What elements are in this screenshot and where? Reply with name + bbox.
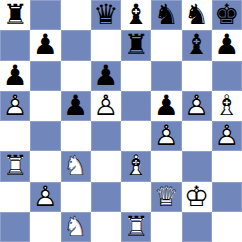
square-b1[interactable] bbox=[30, 212, 60, 242]
chess-board: ♜♛♝♞♞♚♟♜♝♟♟♟♟♙♟♟♙♟♟♙♝♗♟♙♟♙♜♖♞♘♝♗♟♙♛♕♚♔♞♘… bbox=[0, 0, 242, 242]
square-g7[interactable]: ♝ bbox=[182, 30, 212, 60]
black-king-glyph: ♚ bbox=[212, 0, 242, 30]
square-c2[interactable] bbox=[61, 182, 91, 212]
square-e5[interactable] bbox=[121, 91, 151, 121]
black-knight-glyph: ♞ bbox=[151, 0, 181, 30]
square-f2[interactable]: ♛♕ bbox=[151, 182, 181, 212]
square-h6[interactable] bbox=[212, 61, 242, 91]
black-pawn-glyph: ♟ bbox=[212, 30, 242, 60]
square-h2[interactable] bbox=[212, 182, 242, 212]
square-g4[interactable] bbox=[182, 121, 212, 151]
square-c3[interactable]: ♞♘ bbox=[61, 151, 91, 181]
white-rook-glyph: ♖ bbox=[121, 212, 151, 242]
square-c8[interactable] bbox=[61, 0, 91, 30]
white-queen[interactable]: ♛♕ bbox=[151, 182, 181, 212]
square-g6[interactable] bbox=[182, 61, 212, 91]
square-f5[interactable]: ♟ bbox=[151, 91, 181, 121]
black-knight[interactable]: ♞ bbox=[151, 0, 181, 30]
black-pawn[interactable]: ♟ bbox=[61, 91, 91, 121]
black-pawn-glyph: ♟ bbox=[151, 91, 181, 121]
square-d6[interactable]: ♟ bbox=[91, 61, 121, 91]
square-h8[interactable]: ♚ bbox=[212, 0, 242, 30]
white-pawn[interactable]: ♟♙ bbox=[0, 91, 30, 121]
square-c1[interactable]: ♞♘ bbox=[61, 212, 91, 242]
white-pawn-glyph: ♙ bbox=[151, 121, 181, 151]
white-queen-glyph: ♕ bbox=[151, 182, 181, 212]
square-a3[interactable]: ♜♖ bbox=[0, 151, 30, 181]
white-pawn[interactable]: ♟♙ bbox=[151, 121, 181, 151]
white-knight-glyph: ♘ bbox=[61, 151, 91, 181]
square-g2[interactable]: ♚♔ bbox=[182, 182, 212, 212]
square-e8[interactable]: ♝ bbox=[121, 0, 151, 30]
square-e4[interactable] bbox=[121, 121, 151, 151]
white-pawn-glyph: ♙ bbox=[30, 182, 60, 212]
white-pawn[interactable]: ♟♙ bbox=[30, 182, 60, 212]
square-f4[interactable]: ♟♙ bbox=[151, 121, 181, 151]
black-pawn[interactable]: ♟ bbox=[30, 30, 60, 60]
black-knight-glyph: ♞ bbox=[182, 0, 212, 30]
white-pawn-glyph: ♙ bbox=[91, 91, 121, 121]
white-rook-glyph: ♖ bbox=[0, 151, 30, 181]
black-pawn[interactable]: ♟ bbox=[91, 61, 121, 91]
black-bishop[interactable]: ♝ bbox=[182, 30, 212, 60]
square-d8[interactable]: ♛ bbox=[91, 0, 121, 30]
square-c6[interactable] bbox=[61, 61, 91, 91]
square-d4[interactable] bbox=[91, 121, 121, 151]
square-d1[interactable] bbox=[91, 212, 121, 242]
square-g3[interactable] bbox=[182, 151, 212, 181]
square-b7[interactable]: ♟ bbox=[30, 30, 60, 60]
white-knight[interactable]: ♞♘ bbox=[61, 212, 91, 242]
black-bishop-glyph: ♝ bbox=[121, 0, 151, 30]
white-pawn-glyph: ♙ bbox=[0, 91, 30, 121]
square-b5[interactable] bbox=[30, 91, 60, 121]
white-rook[interactable]: ♜♖ bbox=[121, 212, 151, 242]
square-h5[interactable]: ♝♗ bbox=[212, 91, 242, 121]
chess-board-wrapper: ♜♛♝♞♞♚♟♜♝♟♟♟♟♙♟♟♙♟♟♙♝♗♟♙♟♙♜♖♞♘♝♗♟♙♛♕♚♔♞♘… bbox=[0, 0, 242, 242]
white-king[interactable]: ♚♔ bbox=[182, 182, 212, 212]
black-pawn[interactable]: ♟ bbox=[212, 30, 242, 60]
black-pawn-glyph: ♟ bbox=[0, 61, 30, 91]
black-king[interactable]: ♚ bbox=[212, 0, 242, 30]
black-rook-glyph: ♜ bbox=[121, 30, 151, 60]
square-b8[interactable] bbox=[30, 0, 60, 30]
black-rook-glyph: ♜ bbox=[0, 0, 30, 30]
white-bishop-glyph: ♗ bbox=[212, 91, 242, 121]
square-g1[interactable] bbox=[182, 212, 212, 242]
white-pawn-glyph: ♙ bbox=[182, 91, 212, 121]
black-bishop-glyph: ♝ bbox=[182, 30, 212, 60]
square-g5[interactable]: ♟♙ bbox=[182, 91, 212, 121]
square-f3[interactable] bbox=[151, 151, 181, 181]
white-knight-glyph: ♘ bbox=[61, 212, 91, 242]
white-pawn[interactable]: ♟♙ bbox=[212, 121, 242, 151]
square-b2[interactable]: ♟♙ bbox=[30, 182, 60, 212]
black-pawn[interactable]: ♟ bbox=[0, 61, 30, 91]
square-a6[interactable]: ♟ bbox=[0, 61, 30, 91]
white-rook[interactable]: ♜♖ bbox=[0, 151, 30, 181]
black-bishop[interactable]: ♝ bbox=[121, 0, 151, 30]
black-pawn-glyph: ♟ bbox=[61, 91, 91, 121]
white-bishop[interactable]: ♝♗ bbox=[121, 151, 151, 181]
white-pawn[interactable]: ♟♙ bbox=[182, 91, 212, 121]
white-pawn[interactable]: ♟♙ bbox=[91, 91, 121, 121]
black-rook[interactable]: ♜ bbox=[0, 0, 30, 30]
white-knight[interactable]: ♞♘ bbox=[61, 151, 91, 181]
square-g8[interactable]: ♞ bbox=[182, 0, 212, 30]
square-f8[interactable]: ♞ bbox=[151, 0, 181, 30]
square-h3[interactable] bbox=[212, 151, 242, 181]
square-d3[interactable] bbox=[91, 151, 121, 181]
square-d2[interactable] bbox=[91, 182, 121, 212]
square-c4[interactable] bbox=[61, 121, 91, 151]
square-a4[interactable] bbox=[0, 121, 30, 151]
square-a1[interactable] bbox=[0, 212, 30, 242]
square-e2[interactable] bbox=[121, 182, 151, 212]
square-a5[interactable]: ♟♙ bbox=[0, 91, 30, 121]
square-e1[interactable]: ♜♖ bbox=[121, 212, 151, 242]
square-e3[interactable]: ♝♗ bbox=[121, 151, 151, 181]
black-queen-glyph: ♛ bbox=[91, 0, 121, 30]
white-pawn-glyph: ♙ bbox=[212, 121, 242, 151]
square-e7[interactable]: ♜ bbox=[121, 30, 151, 60]
square-f7[interactable] bbox=[151, 30, 181, 60]
black-queen[interactable]: ♛ bbox=[91, 0, 121, 30]
square-a8[interactable]: ♜ bbox=[0, 0, 30, 30]
square-c5[interactable]: ♟ bbox=[61, 91, 91, 121]
square-f6[interactable] bbox=[151, 61, 181, 91]
black-pawn-glyph: ♟ bbox=[91, 61, 121, 91]
square-d5[interactable]: ♟♙ bbox=[91, 91, 121, 121]
square-h1[interactable] bbox=[212, 212, 242, 242]
square-d7[interactable] bbox=[91, 30, 121, 60]
white-king-glyph: ♔ bbox=[182, 182, 212, 212]
white-bishop-glyph: ♗ bbox=[121, 151, 151, 181]
black-knight[interactable]: ♞ bbox=[182, 0, 212, 30]
square-b3[interactable] bbox=[30, 151, 60, 181]
square-h7[interactable]: ♟ bbox=[212, 30, 242, 60]
square-f1[interactable] bbox=[151, 212, 181, 242]
square-a2[interactable] bbox=[0, 182, 30, 212]
square-c7[interactable] bbox=[61, 30, 91, 60]
square-h4[interactable]: ♟♙ bbox=[212, 121, 242, 151]
square-a7[interactable] bbox=[0, 30, 30, 60]
square-e6[interactable] bbox=[121, 61, 151, 91]
white-bishop[interactable]: ♝♗ bbox=[212, 91, 242, 121]
black-pawn[interactable]: ♟ bbox=[151, 91, 181, 121]
black-pawn-glyph: ♟ bbox=[30, 30, 60, 60]
black-rook[interactable]: ♜ bbox=[121, 30, 151, 60]
square-b6[interactable] bbox=[30, 61, 60, 91]
square-b4[interactable] bbox=[30, 121, 60, 151]
